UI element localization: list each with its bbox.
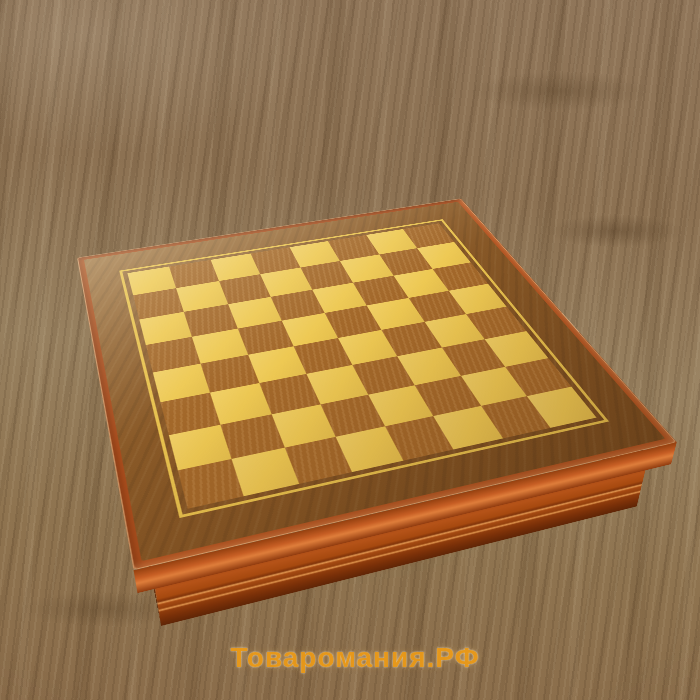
square-a4 xyxy=(153,364,210,403)
square-e2 xyxy=(368,385,433,426)
square-c4 xyxy=(248,346,307,383)
square-d1 xyxy=(335,426,403,472)
square-b4 xyxy=(201,355,259,393)
square-e3 xyxy=(352,356,414,394)
square-c2 xyxy=(271,404,335,447)
square-c3 xyxy=(259,374,320,414)
watermark: Товаромания.РФ xyxy=(230,642,479,674)
square-g2 xyxy=(460,367,526,406)
product-photo: Товаромания.РФ xyxy=(0,0,700,700)
square-f1 xyxy=(433,406,502,450)
square-a5 xyxy=(146,337,201,373)
square-a3 xyxy=(160,393,220,435)
chess-board xyxy=(127,223,596,508)
square-b2 xyxy=(221,414,285,459)
square-h1 xyxy=(526,387,596,428)
square-h3 xyxy=(485,331,549,366)
square-b1 xyxy=(232,448,299,497)
board-frame-line xyxy=(119,219,609,518)
square-f3 xyxy=(398,348,461,385)
square-f2 xyxy=(415,376,481,416)
square-h2 xyxy=(505,358,572,396)
square-c1 xyxy=(284,437,352,484)
square-d3 xyxy=(306,365,368,404)
square-g1 xyxy=(481,396,551,438)
square-b3 xyxy=(210,383,271,424)
square-g3 xyxy=(442,339,505,375)
square-a2 xyxy=(169,424,232,470)
square-e1 xyxy=(385,416,454,461)
square-a1 xyxy=(178,459,244,509)
square-d4 xyxy=(293,338,352,374)
scene xyxy=(0,0,700,700)
square-d2 xyxy=(320,394,385,436)
chess-box xyxy=(77,198,677,570)
